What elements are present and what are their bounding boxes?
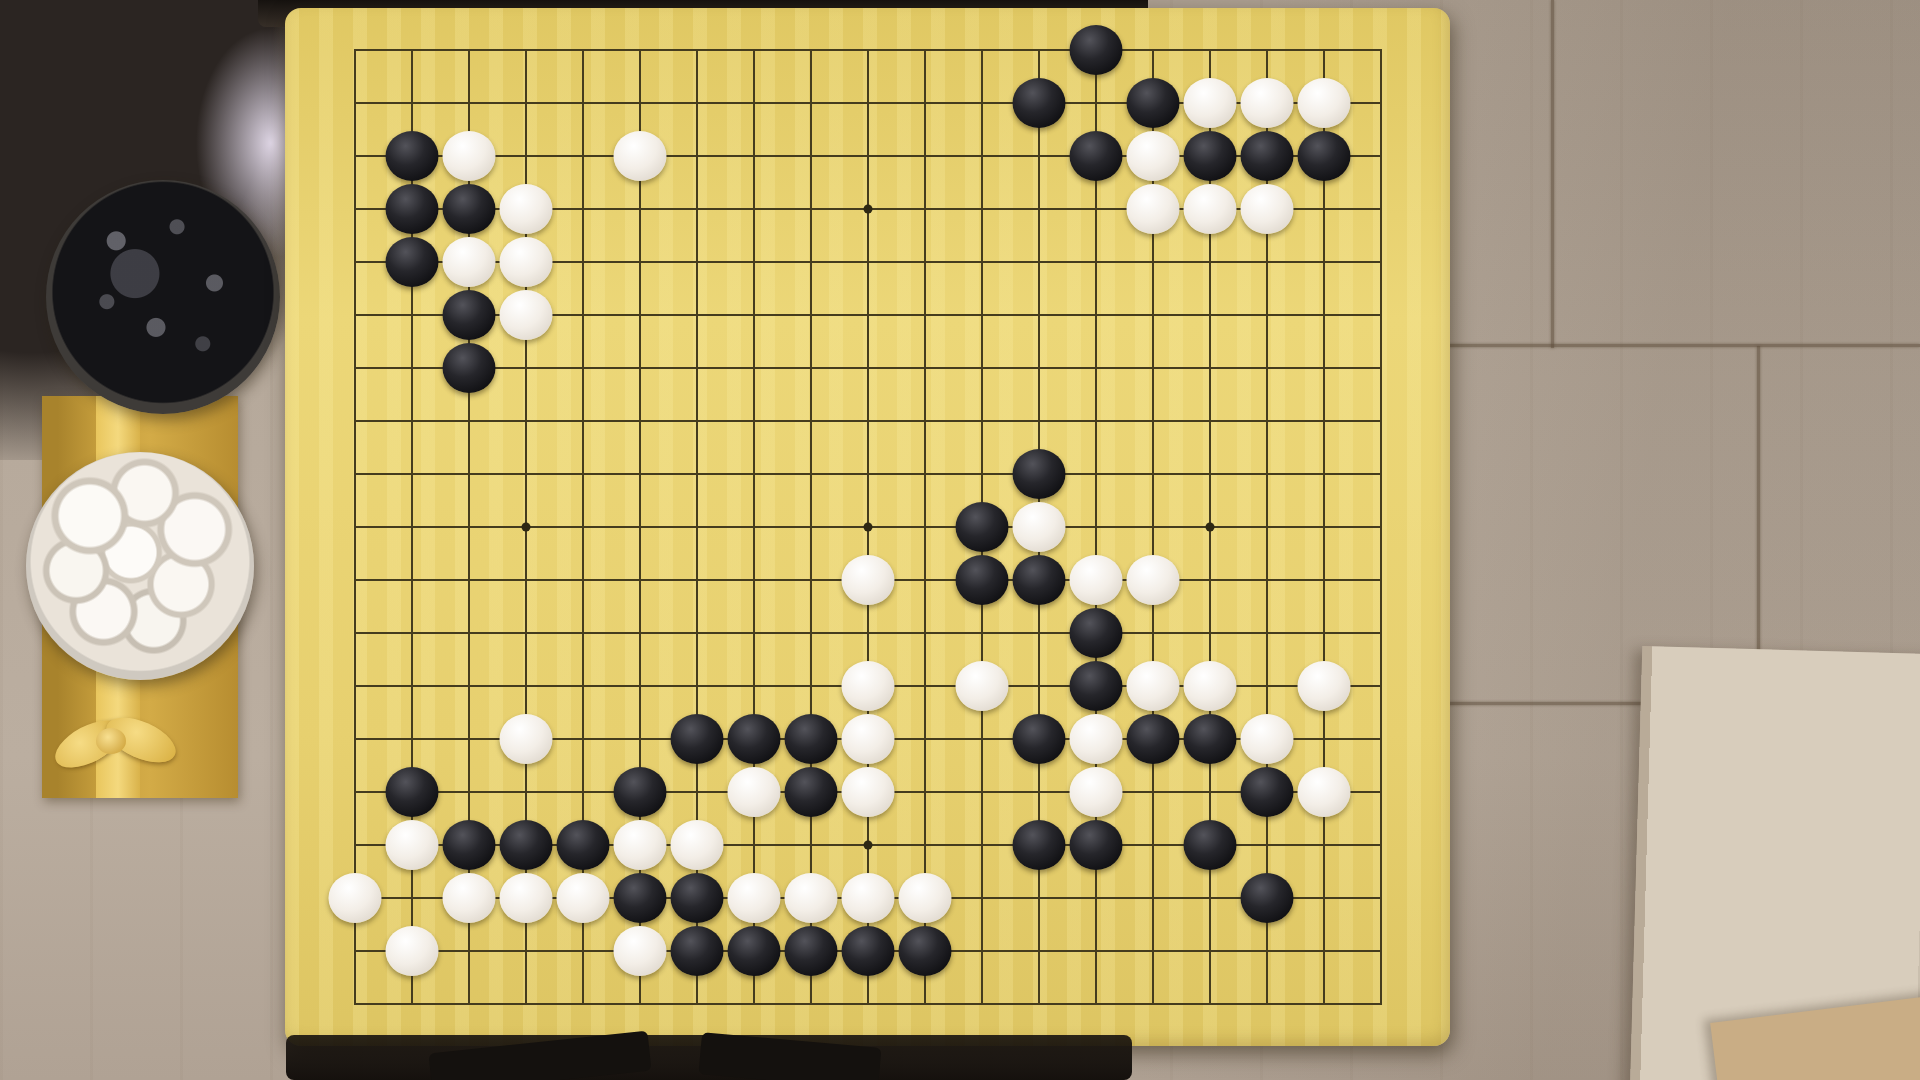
stone-white (614, 926, 667, 976)
stone-black (557, 820, 610, 870)
stone-white (842, 714, 895, 764)
ribbon-bow-knot (96, 728, 126, 754)
stone-black (785, 926, 838, 976)
stone-black (1241, 767, 1294, 817)
stone-black (728, 714, 781, 764)
stone-white (500, 184, 553, 234)
stone-black (1127, 714, 1180, 764)
stone-white (1070, 767, 1123, 817)
stone-black (1070, 820, 1123, 870)
stone-black (1070, 661, 1123, 711)
stone-white (500, 873, 553, 923)
stone-white (1241, 184, 1294, 234)
stone-black (899, 926, 952, 976)
stone-black (386, 184, 439, 234)
stone-white (1241, 78, 1294, 128)
stone-black (1070, 131, 1123, 181)
stone-black (1013, 78, 1066, 128)
stone-black (671, 714, 724, 764)
stone-black (1013, 820, 1066, 870)
star-point (1206, 523, 1215, 532)
stone-black (614, 767, 667, 817)
stone-black (1184, 714, 1237, 764)
stone-black (1013, 714, 1066, 764)
stone-black (443, 290, 496, 340)
stone-white (899, 873, 952, 923)
go-board (285, 8, 1450, 1046)
stone-white (614, 131, 667, 181)
stone-white (842, 661, 895, 711)
stone-white (1184, 661, 1237, 711)
star-point (522, 523, 531, 532)
stone-white (671, 820, 724, 870)
stone-black (1070, 25, 1123, 75)
stone-white (785, 873, 838, 923)
stone-white (557, 873, 610, 923)
stone-white (443, 131, 496, 181)
stone-white (1070, 555, 1123, 605)
stone-white (1298, 78, 1351, 128)
board-grid (355, 50, 1381, 1004)
stone-white (443, 873, 496, 923)
stone-white (500, 290, 553, 340)
black-stone-bowl (46, 180, 280, 414)
stone-black (671, 926, 724, 976)
stone-black (443, 184, 496, 234)
stone-black (1127, 78, 1180, 128)
star-point (864, 523, 873, 532)
stone-black (956, 555, 1009, 605)
stone-black (386, 237, 439, 287)
grid-line-vertical (924, 49, 926, 1005)
stone-black (1184, 820, 1237, 870)
stone-black (386, 131, 439, 181)
stone-black (386, 767, 439, 817)
stone-white (1298, 661, 1351, 711)
stone-white (1127, 184, 1180, 234)
stone-black (842, 926, 895, 976)
stone-white (842, 873, 895, 923)
stone-white (1298, 767, 1351, 817)
stone-black (728, 926, 781, 976)
stone-white (443, 237, 496, 287)
stone-white (500, 237, 553, 287)
floor-plank-seam (1551, 0, 1554, 348)
stone-white (500, 714, 553, 764)
star-point (864, 841, 873, 850)
stone-white (728, 873, 781, 923)
stone-black (1070, 608, 1123, 658)
stone-black (1241, 131, 1294, 181)
stone-black (1184, 131, 1237, 181)
stone-white (1070, 714, 1123, 764)
stone-white (956, 661, 1009, 711)
stone-white (1184, 78, 1237, 128)
stone-white (386, 820, 439, 870)
stone-black (1013, 449, 1066, 499)
stone-white (1127, 661, 1180, 711)
stone-black (614, 873, 667, 923)
stone-black (671, 873, 724, 923)
stone-white (1127, 555, 1180, 605)
stone-white (614, 820, 667, 870)
stone-black (956, 502, 1009, 552)
grid-line-horizontal (354, 632, 1382, 634)
stone-white (1013, 502, 1066, 552)
star-point (864, 205, 873, 214)
stone-white (1184, 184, 1237, 234)
stone-white (386, 926, 439, 976)
stone-black (1298, 131, 1351, 181)
white-stone-bowl (26, 452, 254, 680)
stone-black (443, 820, 496, 870)
grid-line-vertical (1323, 49, 1325, 1005)
floor-plank-seam (1440, 702, 1650, 705)
stone-white (1241, 714, 1294, 764)
grid-line-vertical (1380, 49, 1382, 1005)
stone-black (785, 714, 838, 764)
grid-line-horizontal (354, 1003, 1382, 1005)
stone-black (500, 820, 553, 870)
stone-white (842, 555, 895, 605)
floor-plank-seam (1440, 344, 1920, 347)
stone-white (1127, 131, 1180, 181)
stone-black (1013, 555, 1066, 605)
stone-white (728, 767, 781, 817)
stone-black (785, 767, 838, 817)
stone-black (1241, 873, 1294, 923)
stone-white (329, 873, 382, 923)
stone-white (842, 767, 895, 817)
stone-black (443, 343, 496, 393)
